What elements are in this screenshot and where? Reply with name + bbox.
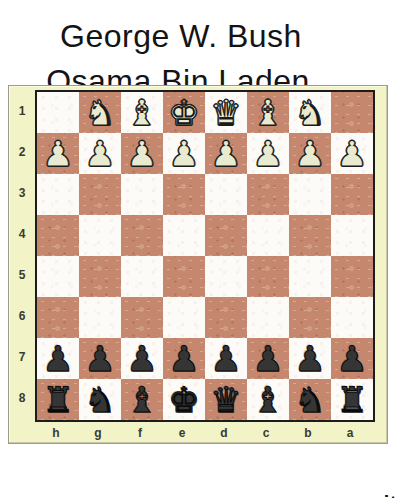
square-f5 xyxy=(121,256,163,297)
rank-label-5: 5 xyxy=(9,254,35,295)
piece-black-bishop: ♝ xyxy=(252,380,283,420)
square-c2: ♟ xyxy=(247,133,289,174)
square-e6 xyxy=(163,297,205,338)
square-e5 xyxy=(163,256,205,297)
square-h3 xyxy=(37,174,79,215)
square-b4 xyxy=(289,215,331,256)
square-a6 xyxy=(331,297,373,338)
file-label-d: d xyxy=(203,426,245,440)
piece-white-pawn: ♟ xyxy=(336,134,367,174)
piece-black-rook: ♜ xyxy=(336,380,367,420)
square-e8: ♚ xyxy=(163,379,205,420)
file-label-b: b xyxy=(287,426,329,440)
chessboard-frame: 12345678 ♞♝♚♛♝♞♟♟♟♟♟♟♟♟♟♟♟♟♟♟♟♟♜♞♝♚♛♝♞♜ … xyxy=(8,85,388,444)
rank-label-7: 7 xyxy=(9,336,35,377)
square-e4 xyxy=(163,215,205,256)
piece-black-pawn: ♟ xyxy=(210,339,241,379)
square-d4 xyxy=(205,215,247,256)
square-f6 xyxy=(121,297,163,338)
square-b7: ♟ xyxy=(289,338,331,379)
square-e3 xyxy=(163,174,205,215)
square-f4 xyxy=(121,215,163,256)
piece-white-bishop: ♝ xyxy=(252,93,283,133)
square-a7: ♟ xyxy=(331,338,373,379)
square-h1 xyxy=(37,92,79,133)
square-a5 xyxy=(331,256,373,297)
piece-black-king: ♚ xyxy=(168,380,199,420)
square-f3 xyxy=(121,174,163,215)
rank-label-8: 8 xyxy=(9,377,35,418)
square-c3 xyxy=(247,174,289,215)
square-d8: ♛ xyxy=(205,379,247,420)
square-b1: ♞ xyxy=(289,92,331,133)
file-labels: hgfedcba xyxy=(35,422,375,443)
square-h8: ♜ xyxy=(37,379,79,420)
square-h6 xyxy=(37,297,79,338)
square-e7: ♟ xyxy=(163,338,205,379)
square-g8: ♞ xyxy=(79,379,121,420)
piece-white-pawn: ♟ xyxy=(84,134,115,174)
square-a1 xyxy=(331,92,373,133)
piece-white-pawn: ♟ xyxy=(294,134,325,174)
square-g1: ♞ xyxy=(79,92,121,133)
piece-black-pawn: ♟ xyxy=(126,339,157,379)
square-g7: ♟ xyxy=(79,338,121,379)
square-f7: ♟ xyxy=(121,338,163,379)
square-d3 xyxy=(205,174,247,215)
white-player-name: George W. Bush xyxy=(0,18,400,54)
file-label-h: h xyxy=(35,426,77,440)
square-d2: ♟ xyxy=(205,133,247,174)
rank-label-4: 4 xyxy=(9,213,35,254)
square-g4 xyxy=(79,215,121,256)
piece-black-pawn: ♟ xyxy=(168,339,199,379)
square-d7: ♟ xyxy=(205,338,247,379)
piece-white-pawn: ♟ xyxy=(168,134,199,174)
piece-black-pawn: ♟ xyxy=(336,339,367,379)
piece-white-pawn: ♟ xyxy=(42,134,73,174)
square-c7: ♟ xyxy=(247,338,289,379)
piece-black-bishop: ♝ xyxy=(126,380,157,420)
piece-black-pawn: ♟ xyxy=(84,339,115,379)
rank-label-6: 6 xyxy=(9,295,35,336)
file-label-c: c xyxy=(245,426,287,440)
square-c1: ♝ xyxy=(247,92,289,133)
square-c5 xyxy=(247,256,289,297)
square-h7: ♟ xyxy=(37,338,79,379)
piece-black-queen: ♛ xyxy=(210,380,241,420)
square-a4 xyxy=(331,215,373,256)
square-g2: ♟ xyxy=(79,133,121,174)
file-label-a: a xyxy=(329,426,371,440)
square-a3 xyxy=(331,174,373,215)
square-b5 xyxy=(289,256,331,297)
square-b6 xyxy=(289,297,331,338)
square-f1: ♝ xyxy=(121,92,163,133)
square-b2: ♟ xyxy=(289,133,331,174)
rank-label-3: 3 xyxy=(9,172,35,213)
piece-white-knight: ♞ xyxy=(84,93,115,133)
piece-black-rook: ♜ xyxy=(42,380,73,420)
joke-chess-image: George W. Bush 12345678 ♞♝♚♛♝♞♟♟♟♟♟♟♟♟♟♟… xyxy=(0,18,400,498)
file-label-f: f xyxy=(119,426,161,440)
square-g3 xyxy=(79,174,121,215)
rank-labels: 12345678 xyxy=(9,90,35,422)
piece-white-pawn: ♟ xyxy=(210,134,241,174)
piece-white-knight: ♞ xyxy=(294,93,325,133)
piece-black-pawn: ♟ xyxy=(252,339,283,379)
square-h4 xyxy=(37,215,79,256)
square-c4 xyxy=(247,215,289,256)
square-f2: ♟ xyxy=(121,133,163,174)
piece-white-pawn: ♟ xyxy=(126,134,157,174)
square-c8: ♝ xyxy=(247,379,289,420)
square-a2: ♟ xyxy=(331,133,373,174)
piece-black-pawn: ♟ xyxy=(294,339,325,379)
square-h2: ♟ xyxy=(37,133,79,174)
square-b3 xyxy=(289,174,331,215)
square-d1: ♛ xyxy=(205,92,247,133)
piece-black-knight: ♞ xyxy=(294,380,325,420)
square-d5 xyxy=(205,256,247,297)
chessboard: ♞♝♚♛♝♞♟♟♟♟♟♟♟♟♟♟♟♟♟♟♟♟♜♞♝♚♛♝♞♜ xyxy=(35,90,375,422)
square-g5 xyxy=(79,256,121,297)
piece-white-bishop: ♝ xyxy=(126,93,157,133)
piece-white-pawn: ♟ xyxy=(252,134,283,174)
rank-label-1: 1 xyxy=(9,90,35,131)
square-e2: ♟ xyxy=(163,133,205,174)
file-label-g: g xyxy=(77,426,119,440)
rank-label-2: 2 xyxy=(9,131,35,172)
square-b8: ♞ xyxy=(289,379,331,420)
site-watermark: www.yossam.it xyxy=(247,492,397,498)
piece-white-king: ♚ xyxy=(168,93,199,133)
piece-black-knight: ♞ xyxy=(84,380,115,420)
square-d6 xyxy=(205,297,247,338)
square-a8: ♜ xyxy=(331,379,373,420)
square-g6 xyxy=(79,297,121,338)
square-c6 xyxy=(247,297,289,338)
square-h5 xyxy=(37,256,79,297)
square-e1: ♚ xyxy=(163,92,205,133)
file-label-e: e xyxy=(161,426,203,440)
piece-white-queen: ♛ xyxy=(210,93,241,133)
piece-black-pawn: ♟ xyxy=(42,339,73,379)
square-f8: ♝ xyxy=(121,379,163,420)
